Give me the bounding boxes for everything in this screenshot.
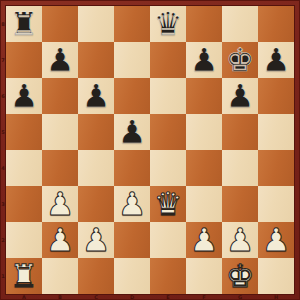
square-g7[interactable]: ♚ [222, 42, 258, 78]
piece-black-pawn-b7[interactable]: ♟ [46, 42, 75, 78]
square-f2[interactable]: ♟ [186, 222, 222, 258]
square-f3[interactable] [186, 186, 222, 222]
square-g2[interactable]: ♟ [222, 222, 258, 258]
square-a7[interactable] [6, 42, 42, 78]
square-g4[interactable] [222, 150, 258, 186]
piece-white-pawn-g2[interactable]: ♟ [226, 222, 255, 258]
square-d5[interactable]: ♟ [114, 114, 150, 150]
square-c5[interactable] [78, 114, 114, 150]
piece-black-pawn-d5[interactable]: ♟ [118, 114, 147, 150]
square-b3[interactable]: ♟ [42, 186, 78, 222]
file-label-a: A [6, 294, 42, 300]
file-label-h: H [258, 294, 294, 300]
square-c3[interactable] [78, 186, 114, 222]
square-e5[interactable] [150, 114, 186, 150]
square-h3[interactable] [258, 186, 294, 222]
square-b1[interactable] [42, 258, 78, 294]
square-h6[interactable] [258, 78, 294, 114]
file-label-f: F [186, 294, 222, 300]
rank-label-6: 6 [0, 93, 6, 99]
rank-label-1: 1 [0, 273, 6, 279]
piece-white-pawn-b2[interactable]: ♟ [46, 222, 75, 258]
piece-black-pawn-a6[interactable]: ♟ [10, 78, 39, 114]
square-a5[interactable] [6, 114, 42, 150]
piece-black-king-g7[interactable]: ♚ [226, 42, 255, 78]
piece-white-queen-e3[interactable]: ♛ [154, 186, 183, 222]
piece-black-rook-a8[interactable]: ♜ [10, 6, 39, 42]
square-d8[interactable] [114, 6, 150, 42]
square-b6[interactable] [42, 78, 78, 114]
rank-label-2: 2 [0, 237, 6, 243]
square-d2[interactable] [114, 222, 150, 258]
piece-black-queen-e8[interactable]: ♛ [154, 6, 183, 42]
board-grid: ♜♛♟♟♚♟♟♟♟♟♟♟♛♟♟♟♟♟♜♚ [6, 6, 294, 294]
piece-white-king-g1[interactable]: ♚ [226, 258, 255, 294]
square-f4[interactable] [186, 150, 222, 186]
square-d6[interactable] [114, 78, 150, 114]
square-c2[interactable]: ♟ [78, 222, 114, 258]
piece-white-pawn-d3[interactable]: ♟ [118, 186, 147, 222]
piece-white-pawn-h2[interactable]: ♟ [262, 222, 291, 258]
square-f7[interactable]: ♟ [186, 42, 222, 78]
piece-white-pawn-f2[interactable]: ♟ [190, 222, 219, 258]
square-a2[interactable] [6, 222, 42, 258]
square-e6[interactable] [150, 78, 186, 114]
rank-label-8: 8 [0, 21, 6, 27]
piece-black-pawn-g6[interactable]: ♟ [226, 78, 255, 114]
square-a1[interactable]: ♜ [6, 258, 42, 294]
square-c1[interactable] [78, 258, 114, 294]
piece-black-pawn-f7[interactable]: ♟ [190, 42, 219, 78]
square-g8[interactable] [222, 6, 258, 42]
square-b5[interactable] [42, 114, 78, 150]
rank-label-7: 7 [0, 57, 6, 63]
square-a3[interactable] [6, 186, 42, 222]
square-d3[interactable]: ♟ [114, 186, 150, 222]
square-f6[interactable] [186, 78, 222, 114]
file-label-c: C [78, 294, 114, 300]
square-e8[interactable]: ♛ [150, 6, 186, 42]
square-a4[interactable] [6, 150, 42, 186]
square-h1[interactable] [258, 258, 294, 294]
square-h8[interactable] [258, 6, 294, 42]
square-f5[interactable] [186, 114, 222, 150]
square-h7[interactable]: ♟ [258, 42, 294, 78]
square-b7[interactable]: ♟ [42, 42, 78, 78]
square-f1[interactable] [186, 258, 222, 294]
piece-white-pawn-b3[interactable]: ♟ [46, 186, 75, 222]
square-d1[interactable] [114, 258, 150, 294]
rank-label-3: 3 [0, 201, 6, 207]
square-c6[interactable]: ♟ [78, 78, 114, 114]
square-b4[interactable] [42, 150, 78, 186]
square-h5[interactable] [258, 114, 294, 150]
square-a8[interactable]: ♜ [6, 6, 42, 42]
square-f8[interactable] [186, 6, 222, 42]
piece-black-pawn-c6[interactable]: ♟ [82, 78, 111, 114]
piece-white-pawn-c2[interactable]: ♟ [82, 222, 111, 258]
square-b8[interactable] [42, 6, 78, 42]
square-e7[interactable] [150, 42, 186, 78]
square-b2[interactable]: ♟ [42, 222, 78, 258]
square-g3[interactable] [222, 186, 258, 222]
square-d4[interactable] [114, 150, 150, 186]
square-c7[interactable] [78, 42, 114, 78]
square-e2[interactable] [150, 222, 186, 258]
square-g6[interactable]: ♟ [222, 78, 258, 114]
square-a6[interactable]: ♟ [6, 78, 42, 114]
chess-board: ♜♛♟♟♚♟♟♟♟♟♟♟♛♟♟♟♟♟♜♚ 87654321 ABCDEFGH [0, 0, 300, 300]
rank-label-5: 5 [0, 129, 6, 135]
square-g1[interactable]: ♚ [222, 258, 258, 294]
piece-black-pawn-h7[interactable]: ♟ [262, 42, 291, 78]
square-g5[interactable] [222, 114, 258, 150]
square-h4[interactable] [258, 150, 294, 186]
file-label-d: D [114, 294, 150, 300]
square-e3[interactable]: ♛ [150, 186, 186, 222]
square-c8[interactable] [78, 6, 114, 42]
file-label-e: E [150, 294, 186, 300]
file-label-b: B [42, 294, 78, 300]
rank-label-4: 4 [0, 165, 6, 171]
square-h2[interactable]: ♟ [258, 222, 294, 258]
square-c4[interactable] [78, 150, 114, 186]
file-label-g: G [222, 294, 258, 300]
square-e4[interactable] [150, 150, 186, 186]
square-d7[interactable] [114, 42, 150, 78]
square-e1[interactable] [150, 258, 186, 294]
piece-white-rook-a1[interactable]: ♜ [10, 258, 39, 294]
